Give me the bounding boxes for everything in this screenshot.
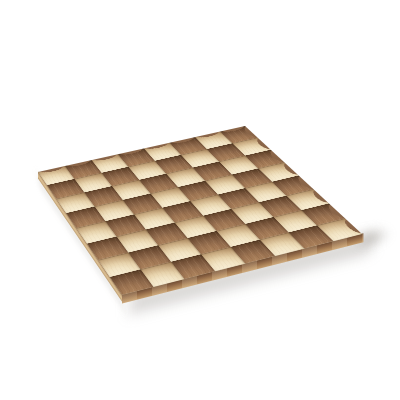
chessboard [38, 126, 362, 295]
chessboard-photo [0, 0, 400, 400]
